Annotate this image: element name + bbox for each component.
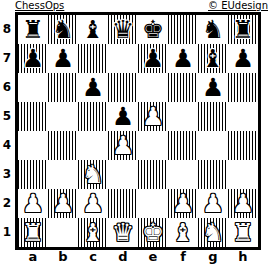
square-a3[interactable] [18,160,48,189]
square-b1[interactable] [48,218,78,247]
piece-black-rook: ♜ [22,15,44,44]
square-f2[interactable]: ♟ [168,189,198,218]
square-a6[interactable] [18,73,48,102]
square-d2[interactable] [108,189,138,218]
square-e2[interactable] [138,189,168,218]
piece-white-knight: ♞ [82,160,104,189]
square-h4[interactable] [228,131,258,160]
square-c5[interactable] [78,102,108,131]
square-a2[interactable]: ♟ [18,189,48,218]
piece-white-rook: ♜ [232,218,254,247]
file-label-b: b [48,250,78,264]
square-a1[interactable]: ♜ [18,218,48,247]
piece-black-queen: ♛ [112,15,134,44]
square-d4[interactable]: ♟ [108,131,138,160]
piece-black-pawn: ♟ [82,73,104,102]
piece-white-pawn: ♟ [202,189,224,218]
piece-black-pawn: ♟ [142,44,164,73]
piece-white-pawn: ♟ [22,189,44,218]
square-g3[interactable] [198,160,228,189]
header-bar: ChessOps © EUdesign [15,0,268,11]
square-a4[interactable] [18,131,48,160]
square-b3[interactable] [48,160,78,189]
piece-black-pawn: ♟ [22,44,44,73]
file-label-c: c [78,250,108,264]
piece-white-pawn: ♟ [142,102,164,131]
piece-black-bishop: ♝ [82,15,104,44]
piece-white-knight: ♞ [202,218,224,247]
rank-labels: 87654321 [0,15,14,247]
square-a8[interactable]: ♜ [18,15,48,44]
rank-label-1: 1 [0,218,14,247]
file-label-e: e [138,250,168,264]
square-e3[interactable] [138,160,168,189]
piece-black-pawn: ♟ [202,73,224,102]
square-f8[interactable] [168,15,198,44]
square-e6[interactable] [138,73,168,102]
square-d5[interactable]: ♟ [108,102,138,131]
square-b7[interactable]: ♟ [48,44,78,73]
square-d8[interactable]: ♛ [108,15,138,44]
rank-label-2: 2 [0,189,14,218]
file-label-h: h [228,250,258,264]
credit-link[interactable]: © EUdesign [208,0,268,11]
square-d6[interactable] [108,73,138,102]
square-c7[interactable] [78,44,108,73]
square-f1[interactable]: ♝ [168,218,198,247]
piece-white-king: ♚ [142,218,164,247]
square-b8[interactable]: ♞ [48,15,78,44]
piece-white-pawn: ♟ [232,189,254,218]
square-d3[interactable] [108,160,138,189]
square-f7[interactable]: ♟ [168,44,198,73]
square-g1[interactable]: ♞ [198,218,228,247]
piece-black-knight: ♞ [52,15,74,44]
square-h8[interactable]: ♜ [228,15,258,44]
piece-white-pawn: ♟ [112,131,134,160]
file-label-f: f [168,250,198,264]
square-a7[interactable]: ♟ [18,44,48,73]
rank-label-4: 4 [0,131,14,160]
piece-black-pawn: ♟ [112,102,134,131]
piece-black-bishop: ♝ [202,44,224,73]
piece-black-pawn: ♟ [172,44,194,73]
file-labels: abcdefgh [18,250,258,264]
square-e4[interactable] [138,131,168,160]
square-c4[interactable] [78,131,108,160]
piece-black-pawn: ♟ [232,44,254,73]
rank-label-7: 7 [0,44,14,73]
square-b2[interactable]: ♟ [48,189,78,218]
square-g7[interactable]: ♝ [198,44,228,73]
piece-black-knight: ♞ [202,15,224,44]
square-h1[interactable]: ♜ [228,218,258,247]
square-f3[interactable] [168,160,198,189]
square-g5[interactable] [198,102,228,131]
square-g2[interactable]: ♟ [198,189,228,218]
piece-white-queen: ♛ [112,218,134,247]
square-h3[interactable] [228,160,258,189]
piece-white-rook: ♜ [22,218,44,247]
square-a5[interactable] [18,102,48,131]
piece-white-pawn: ♟ [52,189,74,218]
app-title-link[interactable]: ChessOps [15,0,64,11]
rank-label-5: 5 [0,102,14,131]
square-g6[interactable]: ♟ [198,73,228,102]
chessops-window: ChessOps © EUdesign 87654321 ♜♞♝♛♚♞♜♟♟♟♟… [0,0,270,270]
square-f6[interactable] [168,73,198,102]
square-h2[interactable]: ♟ [228,189,258,218]
chess-board: ♜♞♝♛♚♞♜♟♟♟♟♝♟♟♟♟♟♟♞♟♟♟♟♟♟♜♝♛♚♝♞♜ [15,12,261,250]
square-c6[interactable]: ♟ [78,73,108,102]
file-label-d: d [108,250,138,264]
piece-white-pawn: ♟ [82,189,104,218]
square-c3[interactable]: ♞ [78,160,108,189]
square-e8[interactable]: ♚ [138,15,168,44]
square-g8[interactable]: ♞ [198,15,228,44]
piece-white-bishop: ♝ [172,218,194,247]
square-f4[interactable] [168,131,198,160]
square-e1[interactable]: ♚ [138,218,168,247]
square-g4[interactable] [198,131,228,160]
file-label-a: a [18,250,48,264]
square-b4[interactable] [48,131,78,160]
rank-label-6: 6 [0,73,14,102]
square-b6[interactable] [48,73,78,102]
piece-black-pawn: ♟ [52,44,74,73]
square-h5[interactable] [228,102,258,131]
square-c2[interactable]: ♟ [78,189,108,218]
piece-white-bishop: ♝ [82,218,104,247]
square-e7[interactable]: ♟ [138,44,168,73]
square-f5[interactable] [168,102,198,131]
square-b5[interactable] [48,102,78,131]
square-d7[interactable] [108,44,138,73]
square-c8[interactable]: ♝ [78,15,108,44]
piece-white-pawn: ♟ [172,189,194,218]
square-h7[interactable]: ♟ [228,44,258,73]
piece-black-king: ♚ [142,15,164,44]
rank-label-3: 3 [0,160,14,189]
rank-label-8: 8 [0,15,14,44]
file-label-g: g [198,250,228,264]
square-c1[interactable]: ♝ [78,218,108,247]
square-e5[interactable]: ♟ [138,102,168,131]
square-d1[interactable]: ♛ [108,218,138,247]
piece-black-rook: ♜ [232,15,254,44]
square-h6[interactable] [228,73,258,102]
